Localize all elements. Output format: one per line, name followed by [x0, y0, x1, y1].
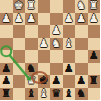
square-b4[interactable]: [75, 38, 88, 51]
square-d1[interactable]: [50, 0, 63, 13]
piece-wN[interactable]: ♞: [76, 0, 86, 13]
square-c5[interactable]: [63, 50, 76, 63]
piece-wP[interactable]: ♟: [39, 38, 49, 51]
square-b2[interactable]: ♟: [75, 13, 88, 26]
square-f3[interactable]: [25, 25, 38, 38]
piece-bP[interactable]: ♟: [64, 63, 74, 76]
square-a8[interactable]: [88, 88, 101, 101]
square-g5[interactable]: [13, 50, 26, 63]
square-f8[interactable]: ♝: [25, 88, 38, 101]
square-g3[interactable]: [13, 25, 26, 38]
square-h4[interactable]: [0, 38, 13, 51]
square-c8[interactable]: ♝: [63, 88, 76, 101]
piece-bB[interactable]: ♝: [26, 88, 36, 101]
piece-wP[interactable]: ♟: [26, 13, 36, 26]
square-g4[interactable]: [13, 38, 26, 51]
square-h1[interactable]: [0, 0, 13, 13]
square-c3[interactable]: [63, 25, 76, 38]
square-a7[interactable]: ♜: [88, 75, 101, 88]
square-b7[interactable]: ♟: [75, 75, 88, 88]
square-e7[interactable]: ♚: [38, 75, 51, 88]
square-h2[interactable]: ♟: [0, 13, 13, 26]
piece-wQ[interactable]: ♛: [26, 75, 36, 88]
piece-wK[interactable]: ♚: [14, 0, 24, 13]
square-c6[interactable]: ♟: [63, 63, 76, 76]
square-e2[interactable]: [38, 13, 51, 26]
board-grid: ♚♜♞♜♟♟♟♟♟♟♟♟♞♝♟♟♞♟♟♛♚♟♟♜♜♝♝♛♝♞: [0, 0, 100, 100]
square-f4[interactable]: [25, 38, 38, 51]
square-h8[interactable]: ♜: [0, 88, 13, 101]
square-d5[interactable]: [50, 50, 63, 63]
square-e5[interactable]: [38, 50, 51, 63]
piece-bQ[interactable]: ♛: [51, 88, 61, 101]
square-e4[interactable]: ♟: [38, 38, 51, 51]
piece-bP[interactable]: ♟: [76, 75, 86, 88]
piece-bK[interactable]: ♚: [39, 75, 49, 88]
square-h3[interactable]: [0, 25, 13, 38]
square-b1[interactable]: ♞: [75, 0, 88, 13]
square-a3[interactable]: [88, 25, 101, 38]
piece-wP[interactable]: ♟: [14, 13, 24, 26]
square-g7[interactable]: [13, 75, 26, 88]
square-e1[interactable]: [38, 0, 51, 13]
piece-wR[interactable]: ♜: [89, 0, 99, 13]
piece-wP[interactable]: ♟: [64, 13, 74, 26]
square-c7[interactable]: [63, 75, 76, 88]
square-c4[interactable]: ♝: [63, 38, 76, 51]
chess-board: ♚♜♞♜♟♟♟♟♟♟♟♟♞♝♟♟♞♟♟♛♚♟♟♜♜♝♝♛♝♞: [0, 0, 100, 100]
square-f5[interactable]: [25, 50, 38, 63]
piece-bP[interactable]: ♟: [89, 50, 99, 63]
square-a5[interactable]: ♟: [88, 50, 101, 63]
square-f2[interactable]: ♟: [25, 13, 38, 26]
square-d3[interactable]: ♟: [50, 25, 63, 38]
square-g1[interactable]: ♚: [13, 0, 26, 13]
square-c1[interactable]: [63, 0, 76, 13]
piece-bN[interactable]: ♞: [76, 88, 86, 101]
piece-bP[interactable]: ♟: [51, 75, 61, 88]
piece-wP[interactable]: ♟: [89, 13, 99, 26]
square-f1[interactable]: ♜: [25, 0, 38, 13]
square-c2[interactable]: ♟: [63, 13, 76, 26]
piece-bR[interactable]: ♜: [1, 88, 11, 101]
square-b3[interactable]: [75, 25, 88, 38]
square-d7[interactable]: ♟: [50, 75, 63, 88]
piece-bB[interactable]: ♝: [64, 88, 74, 101]
square-g2[interactable]: ♟: [13, 13, 26, 26]
square-d4[interactable]: ♞: [50, 38, 63, 51]
square-a1[interactable]: ♜: [88, 0, 101, 13]
piece-wP[interactable]: ♟: [51, 25, 61, 38]
square-b5[interactable]: [75, 50, 88, 63]
chess-app-screenshot: { "game": "chess", "app": { "view": "puz…: [0, 0, 100, 100]
square-g8[interactable]: [13, 88, 26, 101]
square-h5[interactable]: [0, 50, 13, 63]
square-b8[interactable]: ♞: [75, 88, 88, 101]
piece-wB[interactable]: ♝: [39, 88, 49, 101]
square-a2[interactable]: ♟: [88, 13, 101, 26]
square-d8[interactable]: ♛: [50, 88, 63, 101]
piece-wP[interactable]: ♟: [1, 13, 11, 26]
square-f7[interactable]: ♛: [25, 75, 38, 88]
piece-bR[interactable]: ♜: [89, 75, 99, 88]
square-e8[interactable]: ♝: [38, 88, 51, 101]
piece-wB[interactable]: ♝: [64, 38, 74, 51]
piece-wP[interactable]: ♟: [76, 13, 86, 26]
piece-wR[interactable]: ♜: [26, 0, 36, 13]
piece-bP[interactable]: ♟: [1, 75, 11, 88]
square-h7[interactable]: ♟: [0, 75, 13, 88]
square-g6[interactable]: [13, 63, 26, 76]
square-e3[interactable]: [38, 25, 51, 38]
piece-wN[interactable]: ♞: [51, 38, 61, 51]
